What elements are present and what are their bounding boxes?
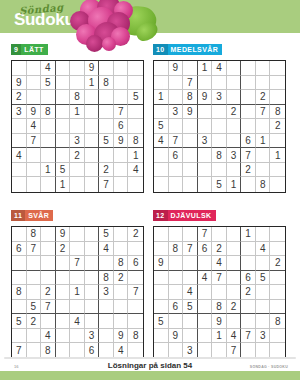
sudoku-cell-given: 3 xyxy=(198,134,213,149)
sudoku-cell-empty[interactable] xyxy=(99,329,114,344)
sudoku-cell-empty[interactable] xyxy=(169,177,184,192)
sudoku-cell-empty[interactable] xyxy=(70,177,85,192)
sudoku-cell-empty[interactable] xyxy=(241,177,256,192)
sudoku-cell-empty[interactable] xyxy=(198,105,213,120)
sudoku-cell-empty[interactable] xyxy=(56,314,71,329)
sudoku-cell-given: 5 xyxy=(128,90,143,105)
magazine-sudoku-page: Söndag Sudoku. 9 LÄTT 499518285398174673… xyxy=(0,0,300,380)
sudoku-cell-empty[interactable] xyxy=(27,148,42,163)
sudoku-cell-given: 5 xyxy=(56,163,71,178)
sudoku-cell-given: 2 xyxy=(241,285,256,300)
sudoku-cell-given: 3 xyxy=(70,134,85,149)
sudoku-cell-empty[interactable] xyxy=(256,300,271,315)
sudoku-cell-empty[interactable] xyxy=(70,242,85,257)
sudoku-cell-given: 5 xyxy=(183,300,198,315)
sudoku-cell-empty[interactable] xyxy=(99,148,114,163)
sudoku-cell-empty[interactable] xyxy=(256,76,271,91)
sudoku-cell-empty[interactable] xyxy=(128,105,143,120)
sudoku-cell-given: 4 xyxy=(198,271,213,286)
sudoku-cell-given: 9 xyxy=(169,61,184,76)
sudoku-cell-empty[interactable] xyxy=(154,61,169,76)
difficulty-badge: 11 SVÅR xyxy=(11,210,53,221)
sudoku-cell-empty[interactable] xyxy=(169,271,184,286)
sudoku-cell-empty[interactable] xyxy=(256,148,271,163)
puzzle-number: 12 xyxy=(153,210,168,221)
sudoku-cell-empty[interactable] xyxy=(70,163,85,178)
sudoku-cell-empty[interactable] xyxy=(56,148,71,163)
sudoku-cell-empty[interactable] xyxy=(169,256,184,271)
sudoku-cell-empty[interactable] xyxy=(41,119,56,134)
sudoku-cell-given: 2 xyxy=(70,148,85,163)
sudoku-cell-empty[interactable] xyxy=(56,61,71,76)
sudoku-cell-empty[interactable] xyxy=(85,148,100,163)
sudoku-cell-given: 6 xyxy=(198,242,213,257)
sudoku-cell-empty[interactable] xyxy=(41,90,56,105)
sudoku-cell-given: 4 xyxy=(212,61,227,76)
sudoku-cell-empty[interactable] xyxy=(270,300,285,315)
sudoku-cell-empty[interactable] xyxy=(12,119,27,134)
sudoku-cell-empty[interactable] xyxy=(256,256,271,271)
sudoku-cell-given: 6 xyxy=(114,119,129,134)
sudoku-cell-given: 7 xyxy=(70,256,85,271)
sudoku-cell-empty[interactable] xyxy=(154,300,169,315)
sudoku-cell-empty[interactable] xyxy=(128,119,143,134)
sudoku-cell-empty[interactable] xyxy=(85,285,100,300)
sudoku-cell-empty[interactable] xyxy=(114,177,129,192)
sudoku-cell-empty[interactable] xyxy=(56,285,71,300)
sudoku-cell-empty[interactable] xyxy=(27,90,42,105)
sudoku-cell-empty[interactable] xyxy=(270,90,285,105)
sudoku-cell-given: 9 xyxy=(114,134,129,149)
sudoku-cell-given: 7 xyxy=(256,105,271,120)
sudoku-cell-empty[interactable] xyxy=(128,314,143,329)
sudoku-cell-empty[interactable] xyxy=(12,177,27,192)
sudoku-cell-empty[interactable] xyxy=(198,314,213,329)
sudoku-cell-empty[interactable] xyxy=(12,300,27,315)
sudoku-cell-empty[interactable] xyxy=(227,134,242,149)
sudoku-cell-empty[interactable] xyxy=(56,90,71,105)
sudoku-cell-empty[interactable] xyxy=(256,119,271,134)
sudoku-cell-empty[interactable] xyxy=(41,134,56,149)
sudoku-cell-empty[interactable] xyxy=(114,163,129,178)
sudoku-cell-empty[interactable] xyxy=(212,76,227,91)
sudoku-cell-empty[interactable] xyxy=(154,285,169,300)
sudoku-cell-empty[interactable] xyxy=(70,271,85,286)
sudoku-cell-empty[interactable] xyxy=(183,163,198,178)
sudoku-cell-empty[interactable] xyxy=(70,343,85,358)
sudoku-cell-empty[interactable] xyxy=(85,242,100,257)
sudoku-cell-empty[interactable] xyxy=(212,343,227,358)
sudoku-cell-empty[interactable] xyxy=(227,314,242,329)
sudoku-cell-empty[interactable] xyxy=(70,227,85,242)
sudoku-cell-given: 1 xyxy=(70,105,85,120)
sudoku-cell-empty[interactable] xyxy=(114,76,129,91)
sudoku-cell-given: 9 xyxy=(169,329,184,344)
sudoku-cell-empty[interactable] xyxy=(198,343,213,358)
sudoku-cell-empty[interactable] xyxy=(241,256,256,271)
bottom-green-bar xyxy=(0,371,300,380)
sudoku-cell-empty[interactable] xyxy=(12,256,27,271)
sudoku-cell-empty[interactable] xyxy=(256,163,271,178)
sudoku-cell-given: 3 xyxy=(85,329,100,344)
sudoku-cell-empty[interactable] xyxy=(27,61,42,76)
sudoku-cell-given: 8 xyxy=(270,105,285,120)
sudoku-cell-empty[interactable] xyxy=(212,163,227,178)
sudoku-cell-empty[interactable] xyxy=(154,163,169,178)
sudoku-cell-given: 1 xyxy=(128,148,143,163)
sudoku-cell-empty[interactable] xyxy=(270,61,285,76)
sudoku-cell-empty[interactable] xyxy=(270,177,285,192)
sudoku-cell-given: 4 xyxy=(114,343,129,358)
sudoku-cell-empty[interactable] xyxy=(99,314,114,329)
sudoku-cell-empty[interactable] xyxy=(256,314,271,329)
sudoku-cell-empty[interactable] xyxy=(227,90,242,105)
sudoku-cell-given: 9 xyxy=(212,314,227,329)
sudoku-cell-empty[interactable] xyxy=(154,343,169,358)
sudoku-cell-empty[interactable] xyxy=(241,90,256,105)
sudoku-cell-empty[interactable] xyxy=(70,329,85,344)
sudoku-cell-empty[interactable] xyxy=(270,242,285,257)
sudoku-cell-empty[interactable] xyxy=(114,90,129,105)
sudoku-cell-empty[interactable] xyxy=(154,242,169,257)
sudoku-cell-given: 8 xyxy=(41,343,56,358)
sudoku-cell-empty[interactable] xyxy=(270,76,285,91)
sudoku-cell-empty[interactable] xyxy=(27,177,42,192)
sudoku-cell-empty[interactable] xyxy=(183,148,198,163)
sudoku-cell-given: 4 xyxy=(27,119,42,134)
sudoku-cell-empty[interactable] xyxy=(183,61,198,76)
sudoku-cell-given: 6 xyxy=(12,242,27,257)
sudoku-cell-empty[interactable] xyxy=(227,285,242,300)
puzzle-number: 11 xyxy=(11,210,25,221)
sudoku-cell-given: 7 xyxy=(169,134,184,149)
sudoku-cell-empty[interactable] xyxy=(70,119,85,134)
sudoku-cell-empty[interactable] xyxy=(154,105,169,120)
sudoku-cell-empty[interactable] xyxy=(183,134,198,149)
sudoku-cell-empty[interactable] xyxy=(128,177,143,192)
sudoku-cell-empty[interactable] xyxy=(241,105,256,120)
sudoku-cell-given: 9 xyxy=(183,105,198,120)
sudoku-cell-empty[interactable] xyxy=(27,271,42,286)
sudoku-cell-empty[interactable] xyxy=(183,227,198,242)
sudoku-cell-given: 2 xyxy=(227,105,242,120)
sudoku-cell-given: 9 xyxy=(27,105,42,120)
sudoku-cell-empty[interactable] xyxy=(114,227,129,242)
difficulty-badge: 9 LÄTT xyxy=(11,44,48,55)
sudoku-cell-empty[interactable] xyxy=(85,300,100,315)
sudoku-cell-empty[interactable] xyxy=(198,256,213,271)
sudoku-cell-given: 7 xyxy=(128,285,143,300)
sudoku-cell-empty[interactable] xyxy=(12,163,27,178)
sudoku-cell-given: 2 xyxy=(227,300,242,315)
sudoku-cell-empty[interactable] xyxy=(198,163,213,178)
sudoku-cell-given: 4 xyxy=(154,134,169,149)
sudoku-cell-empty[interactable] xyxy=(27,285,42,300)
sudoku-cell-empty[interactable] xyxy=(154,329,169,344)
sudoku-cell-given: 2 xyxy=(27,314,42,329)
sudoku-cell-empty[interactable] xyxy=(12,134,27,149)
sudoku-cell-empty[interactable] xyxy=(183,119,198,134)
sudoku-cell-empty[interactable] xyxy=(154,177,169,192)
sudoku-cell-empty[interactable] xyxy=(256,61,271,76)
sudoku-cell-empty[interactable] xyxy=(85,256,100,271)
sudoku-cell-empty[interactable] xyxy=(99,300,114,315)
sudoku-cell-empty[interactable] xyxy=(227,271,242,286)
sudoku-cell-empty[interactable] xyxy=(85,90,100,105)
sudoku-cell-given: 7 xyxy=(41,300,56,315)
sudoku-cell-empty[interactable] xyxy=(85,227,100,242)
sudoku-cell-empty[interactable] xyxy=(212,227,227,242)
sudoku-cell-empty[interactable] xyxy=(27,163,42,178)
sudoku-cell-empty[interactable] xyxy=(70,300,85,315)
sudoku-grid: 499518285398174673598421152417 xyxy=(11,60,144,193)
sudoku-cell-empty[interactable] xyxy=(41,242,56,257)
sudoku-cell-given: 7 xyxy=(198,227,213,242)
sudoku-cell-given: 2 xyxy=(99,163,114,178)
sudoku-cell-given: 8 xyxy=(70,90,85,105)
sudoku-cell-empty[interactable] xyxy=(12,61,27,76)
sudoku-cell-given: 2 xyxy=(56,242,71,257)
sudoku-cell-given: 6 xyxy=(241,134,256,149)
sudoku-cell-empty[interactable] xyxy=(212,119,227,134)
sudoku-cell-empty[interactable] xyxy=(154,227,169,242)
sudoku-cell-empty[interactable] xyxy=(41,148,56,163)
sudoku-cell-empty[interactable] xyxy=(241,314,256,329)
sudoku-cell-empty[interactable] xyxy=(227,256,242,271)
sudoku-cell-empty[interactable] xyxy=(114,285,129,300)
sudoku-cell-given: 6 xyxy=(241,271,256,286)
sudoku-cell-given: 1 xyxy=(41,163,56,178)
sudoku-cell-empty[interactable] xyxy=(227,119,242,134)
sudoku-cell-empty[interactable] xyxy=(169,227,184,242)
sudoku-cell-empty[interactable] xyxy=(114,148,129,163)
sudoku-cell-given: 3 xyxy=(212,90,227,105)
sudoku-cell-empty[interactable] xyxy=(270,329,285,344)
sudoku-cell-empty[interactable] xyxy=(241,343,256,358)
sudoku-cell-empty[interactable] xyxy=(183,256,198,271)
sudoku-cell-empty[interactable] xyxy=(198,119,213,134)
sudoku-cell-given: 5 xyxy=(99,227,114,242)
sudoku-cell-given: 7 xyxy=(241,329,256,344)
sudoku-cell-given: 7 xyxy=(12,343,27,358)
sudoku-cell-given: 4 xyxy=(12,148,27,163)
sudoku-cell-given: 2 xyxy=(270,256,285,271)
sudoku-cell-empty[interactable] xyxy=(241,119,256,134)
sudoku-cell-empty[interactable] xyxy=(183,177,198,192)
sudoku-cell-given: 7 xyxy=(27,242,42,257)
sudoku-cell-empty[interactable] xyxy=(169,285,184,300)
sudoku-cell-empty[interactable] xyxy=(183,314,198,329)
sudoku-cell-given: 2 xyxy=(128,227,143,242)
sudoku-cell-empty[interactable] xyxy=(241,300,256,315)
sudoku-cell-empty[interactable] xyxy=(270,227,285,242)
sudoku-cell-empty[interactable] xyxy=(256,227,271,242)
sudoku-cell-empty[interactable] xyxy=(212,285,227,300)
sudoku-cell-empty[interactable] xyxy=(128,242,143,257)
sudoku-cell-empty[interactable] xyxy=(27,256,42,271)
sudoku-cell-empty[interactable] xyxy=(256,285,271,300)
sudoku-cell-empty[interactable] xyxy=(56,105,71,120)
sudoku-cell-empty[interactable] xyxy=(12,271,27,286)
sudoku-cell-given: 4 xyxy=(41,61,56,76)
sudoku-cell-empty[interactable] xyxy=(198,329,213,344)
sudoku-cell-given: 3 xyxy=(99,285,114,300)
sudoku-cell-empty[interactable] xyxy=(270,343,285,358)
sudoku-cell-empty[interactable] xyxy=(212,134,227,149)
sudoku-cell-empty[interactable] xyxy=(85,163,100,178)
sudoku-cell-empty[interactable] xyxy=(114,242,129,257)
sudoku-cell-given: 6 xyxy=(169,300,184,315)
sudoku-cell-empty[interactable] xyxy=(198,76,213,91)
sudoku-cell-given: 7 xyxy=(183,76,198,91)
sudoku-cell-empty[interactable] xyxy=(270,271,285,286)
sudoku-cell-empty[interactable] xyxy=(227,163,242,178)
sudoku-cell-empty[interactable] xyxy=(212,105,227,120)
sudoku-cell-empty[interactable] xyxy=(99,256,114,271)
sudoku-cell-empty[interactable] xyxy=(128,61,143,76)
sudoku-cell-empty[interactable] xyxy=(227,227,242,242)
sudoku-cell-empty[interactable] xyxy=(99,105,114,120)
sudoku-cell-empty[interactable] xyxy=(27,76,42,91)
sudoku-cell-given: 6 xyxy=(169,148,184,163)
sudoku-cell-empty[interactable] xyxy=(56,329,71,344)
sudoku-cell-empty[interactable] xyxy=(169,119,184,134)
sudoku-cell-empty[interactable] xyxy=(41,227,56,242)
sudoku-cell-empty[interactable] xyxy=(12,227,27,242)
sudoku-cell-empty[interactable] xyxy=(128,76,143,91)
sudoku-cell-given: 8 xyxy=(212,148,227,163)
sudoku-cell-empty[interactable] xyxy=(85,271,100,286)
sudoku-cell-empty[interactable] xyxy=(85,177,100,192)
sudoku-cell-empty[interactable] xyxy=(270,285,285,300)
sudoku-cell-empty[interactable] xyxy=(27,343,42,358)
sudoku-cell-empty[interactable] xyxy=(241,61,256,76)
sudoku-cell-empty[interactable] xyxy=(99,90,114,105)
sudoku-cell-empty[interactable] xyxy=(128,271,143,286)
sudoku-cell-given: 9 xyxy=(154,256,169,271)
sudoku-cell-given: 1 xyxy=(256,134,271,149)
sudoku-cell-empty[interactable] xyxy=(85,314,100,329)
sudoku-cell-given: 3 xyxy=(256,329,271,344)
sudoku-cell-given: 4 xyxy=(41,329,56,344)
sudoku-cell-empty[interactable] xyxy=(56,256,71,271)
sudoku-cell-given: 9 xyxy=(114,329,129,344)
sudoku-cell-empty[interactable] xyxy=(227,61,242,76)
sudoku-cell-given: 5 xyxy=(41,76,56,91)
sudoku-cell-empty[interactable] xyxy=(154,76,169,91)
magazine-credit: SÖNDAG · SUDOKU xyxy=(250,365,288,369)
sudoku-cell-empty[interactable] xyxy=(70,76,85,91)
sudoku-cell-empty[interactable] xyxy=(183,329,198,344)
sudoku-cell-empty[interactable] xyxy=(169,76,184,91)
sudoku-cell-given: 1 xyxy=(198,61,213,76)
sudoku-cell-empty[interactable] xyxy=(56,343,71,358)
puzzle-12-djavulsk: 12 DJÄVULSK 7187624942476542658259891473… xyxy=(153,204,287,359)
sudoku-cell-given: 8 xyxy=(99,271,114,286)
sudoku-cell-empty[interactable] xyxy=(12,329,27,344)
sudoku-cell-empty[interactable] xyxy=(241,242,256,257)
sudoku-cell-empty[interactable] xyxy=(198,148,213,163)
sudoku-cell-given: 5 xyxy=(256,271,271,286)
sudoku-cell-empty[interactable] xyxy=(198,285,213,300)
sudoku-cell-given: 4 xyxy=(128,163,143,178)
sudoku-cell-given: 7 xyxy=(212,271,227,286)
sudoku-cell-given: 7 xyxy=(183,242,198,257)
sudoku-cell-empty[interactable] xyxy=(114,314,129,329)
sudoku-cell-empty[interactable] xyxy=(56,271,71,286)
sudoku-cell-empty[interactable] xyxy=(99,119,114,134)
sudoku-cell-empty[interactable] xyxy=(114,61,129,76)
sudoku-cell-empty[interactable] xyxy=(169,343,184,358)
sudoku-cell-empty[interactable] xyxy=(154,271,169,286)
sudoku-cell-empty[interactable] xyxy=(56,76,71,91)
sudoku-cell-empty[interactable] xyxy=(198,300,213,315)
sudoku-cell-empty[interactable] xyxy=(270,163,285,178)
sudoku-cell-given: 1 xyxy=(154,90,169,105)
sudoku-cell-given: 8 xyxy=(114,256,129,271)
sudoku-cell-given: 4 xyxy=(227,329,242,344)
sudoku-cell-given: 8 xyxy=(99,76,114,91)
sudoku-cell-empty[interactable] xyxy=(27,329,42,344)
sudoku-cell-empty[interactable] xyxy=(169,314,184,329)
sudoku-grid: 8952672478682821375752443987864 xyxy=(11,226,144,359)
sudoku-cell-given: 7 xyxy=(227,343,242,358)
sudoku-cell-empty[interactable] xyxy=(85,105,100,120)
sudoku-cell-empty[interactable] xyxy=(70,61,85,76)
sudoku-cell-empty[interactable] xyxy=(85,134,100,149)
sudoku-cell-given: 4 xyxy=(70,314,85,329)
sudoku-cell-empty[interactable] xyxy=(99,343,114,358)
sudoku-cell-empty[interactable] xyxy=(227,76,242,91)
sudoku-cell-empty[interactable] xyxy=(128,343,143,358)
sudoku-cell-empty[interactable] xyxy=(99,61,114,76)
sudoku-cell-empty[interactable] xyxy=(270,134,285,149)
sudoku-cell-empty[interactable] xyxy=(128,300,143,315)
sudoku-cell-given: 8 xyxy=(169,242,184,257)
sudoku-cell-given: 7 xyxy=(114,105,129,120)
sudoku-cell-empty[interactable] xyxy=(169,90,184,105)
sudoku-cell-empty[interactable] xyxy=(241,76,256,91)
sudoku-cell-empty[interactable] xyxy=(183,271,198,286)
sudoku-cell-given: 3 xyxy=(169,105,184,120)
sudoku-cell-given: 1 xyxy=(241,227,256,242)
geranium-flower-image xyxy=(64,0,164,51)
sudoku-cell-given: 3 xyxy=(12,105,27,120)
sudoku-cell-empty[interactable] xyxy=(56,119,71,134)
puzzle-number: 9 xyxy=(11,44,21,55)
sudoku-cell-given: 4 xyxy=(99,242,114,257)
sudoku-cell-given: 1 xyxy=(270,148,285,163)
sudoku-cell-given: 1 xyxy=(227,177,242,192)
sudoku-cell-empty[interactable] xyxy=(41,256,56,271)
sudoku-cell-empty[interactable] xyxy=(198,177,213,192)
sudoku-cell-empty[interactable] xyxy=(169,163,184,178)
sudoku-cell-empty[interactable] xyxy=(41,271,56,286)
sudoku-grid: 914718932392785247361683712518 xyxy=(153,60,286,193)
sudoku-cell-empty[interactable] xyxy=(227,242,242,257)
sudoku-cell-given: 2 xyxy=(41,285,56,300)
sudoku-cell-empty[interactable] xyxy=(56,300,71,315)
sudoku-cell-empty[interactable] xyxy=(256,343,271,358)
sudoku-cell-empty[interactable] xyxy=(41,314,56,329)
sudoku-cell-empty[interactable] xyxy=(154,148,169,163)
sudoku-cell-empty[interactable] xyxy=(85,119,100,134)
sudoku-cell-given: 1 xyxy=(85,76,100,91)
sudoku-cell-empty[interactable] xyxy=(114,300,129,315)
sudoku-cell-given: 8 xyxy=(183,90,198,105)
sudoku-cell-empty[interactable] xyxy=(41,177,56,192)
sudoku-cell-empty[interactable] xyxy=(56,134,71,149)
